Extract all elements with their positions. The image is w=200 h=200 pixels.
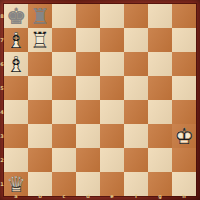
square-a8[interactable]: ♚♚ [4,4,28,28]
rank-label-7: 7 [0,38,4,43]
square-g6[interactable] [148,52,172,76]
square-e5[interactable] [100,76,124,100]
square-b5[interactable] [28,76,52,100]
square-e2[interactable] [100,148,124,172]
chess-board: ♚♚♜♜♝♗♜♖♝♗♚♔♛♕ [4,4,196,196]
square-d2[interactable] [76,148,100,172]
rank-label-6: 6 [0,62,4,67]
square-g2[interactable] [148,148,172,172]
square-d3[interactable] [76,124,100,148]
rank-label-8: 8 [0,14,4,19]
square-h7[interactable] [172,28,196,52]
file-label-c: c [52,194,76,199]
file-label-b: b [28,194,52,199]
square-b3[interactable] [28,124,52,148]
piece-black-rook[interactable]: ♜♜ [28,4,52,28]
square-e8[interactable] [100,4,124,28]
piece-white-rook[interactable]: ♜♖ [28,28,52,52]
square-e3[interactable] [100,124,124,148]
square-a7[interactable]: ♝♗ [4,28,28,52]
file-label-g: g [148,194,172,199]
square-h8[interactable] [172,4,196,28]
square-h4[interactable] [172,100,196,124]
square-e7[interactable] [100,28,124,52]
piece-glyph-outline: ♜ [28,4,52,28]
rank-label-1: 1 [0,182,4,187]
square-f7[interactable] [124,28,148,52]
square-g3[interactable] [148,124,172,148]
square-f5[interactable] [124,76,148,100]
piece-white-king[interactable]: ♚♔ [172,124,196,148]
square-c5[interactable] [52,76,76,100]
rank-label-5: 5 [0,86,4,91]
piece-glyph-outline: ♚ [4,4,28,28]
square-a3[interactable] [4,124,28,148]
square-a6[interactable]: ♝♗ [4,52,28,76]
square-c8[interactable] [52,4,76,28]
file-label-d: d [76,194,100,199]
file-label-a: a [4,194,28,199]
square-b7[interactable]: ♜♖ [28,28,52,52]
square-h2[interactable] [172,148,196,172]
square-a2[interactable] [4,148,28,172]
square-h5[interactable] [172,76,196,100]
square-c2[interactable] [52,148,76,172]
square-d7[interactable] [76,28,100,52]
square-b6[interactable] [28,52,52,76]
square-b2[interactable] [28,148,52,172]
chess-board-frame: ♚♚♜♜♝♗♜♖♝♗♚♔♛♕ 87654321abcdefgh [0,0,200,200]
square-g8[interactable] [148,4,172,28]
square-c4[interactable] [52,100,76,124]
rank-label-2: 2 [0,158,4,163]
square-d6[interactable] [76,52,100,76]
piece-white-bishop[interactable]: ♝♗ [4,52,28,76]
piece-glyph-outline: ♗ [4,52,28,76]
square-g5[interactable] [148,76,172,100]
square-f6[interactable] [124,52,148,76]
piece-glyph-outline: ♗ [4,28,28,52]
square-c3[interactable] [52,124,76,148]
file-label-h: h [172,194,196,199]
square-g4[interactable] [148,100,172,124]
square-g7[interactable] [148,28,172,52]
square-b4[interactable] [28,100,52,124]
square-f3[interactable] [124,124,148,148]
square-d4[interactable] [76,100,100,124]
square-h3[interactable]: ♚♔ [172,124,196,148]
rank-label-3: 3 [0,134,4,139]
piece-white-bishop[interactable]: ♝♗ [4,28,28,52]
square-a4[interactable] [4,100,28,124]
piece-glyph-outline: ♔ [172,124,196,148]
piece-glyph-outline: ♖ [28,28,52,52]
square-h6[interactable] [172,52,196,76]
square-e6[interactable] [100,52,124,76]
square-f4[interactable] [124,100,148,124]
square-e4[interactable] [100,100,124,124]
square-a5[interactable] [4,76,28,100]
square-f2[interactable] [124,148,148,172]
piece-black-king[interactable]: ♚♚ [4,4,28,28]
square-f8[interactable] [124,4,148,28]
file-label-f: f [124,194,148,199]
rank-label-4: 4 [0,110,4,115]
square-d5[interactable] [76,76,100,100]
square-b8[interactable]: ♜♜ [28,4,52,28]
square-c6[interactable] [52,52,76,76]
file-label-e: e [100,194,124,199]
square-c7[interactable] [52,28,76,52]
square-d8[interactable] [76,4,100,28]
